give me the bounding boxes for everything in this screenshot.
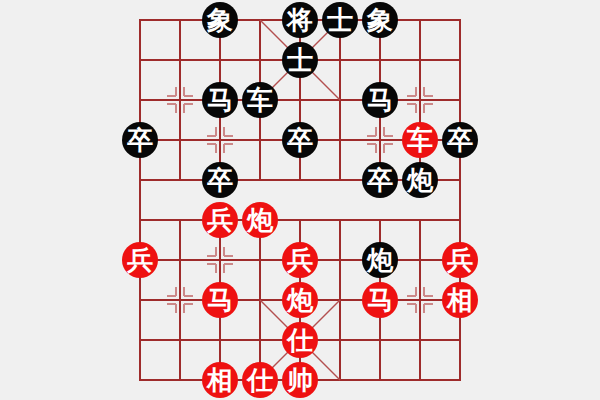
point-f4-r5[interactable] — [280, 200, 320, 240]
point-f1-r6[interactable] — [160, 240, 200, 280]
point-f4-r4[interactable] — [280, 160, 320, 200]
point-f6-r2[interactable]: 马 — [360, 80, 400, 120]
point-f6-r1[interactable] — [360, 40, 400, 80]
point-f7-r7[interactable] — [400, 280, 440, 320]
red-cannon[interactable]: 炮 — [282, 282, 318, 318]
red-horse[interactable]: 马 — [362, 282, 398, 318]
point-f1-r7[interactable] — [160, 280, 200, 320]
point-f7-r0[interactable] — [400, 0, 440, 40]
red-soldier[interactable]: 兵 — [202, 202, 238, 238]
point-f0-r7[interactable] — [120, 280, 160, 320]
point-f0-r0[interactable] — [120, 0, 160, 40]
point-f6-r9[interactable] — [360, 360, 400, 400]
black-cannon[interactable]: 炮 — [402, 162, 438, 198]
point-f5-r2[interactable] — [320, 80, 360, 120]
point-f7-r2[interactable] — [400, 80, 440, 120]
point-f5-r9[interactable] — [320, 360, 360, 400]
point-f8-r6[interactable]: 兵 — [440, 240, 480, 280]
point-f4-r8[interactable]: 仕 — [280, 320, 320, 360]
point-f8-r5[interactable] — [440, 200, 480, 240]
point-f1-r2[interactable] — [160, 80, 200, 120]
point-f8-r0[interactable] — [440, 0, 480, 40]
black-horse[interactable]: 马 — [202, 82, 238, 118]
red-soldier[interactable]: 兵 — [282, 242, 318, 278]
point-f7-r8[interactable] — [400, 320, 440, 360]
point-f6-r0[interactable]: 象 — [360, 0, 400, 40]
point-f2-r1[interactable] — [200, 40, 240, 80]
point-f7-r9[interactable] — [400, 360, 440, 400]
point-f4-r3[interactable]: 卒 — [280, 120, 320, 160]
point-f5-r0[interactable]: 士 — [320, 0, 360, 40]
black-cannon[interactable]: 炮 — [362, 242, 398, 278]
board: 象将士象士马车马卒卒车卒卒卒炮兵炮兵兵炮兵马炮马相仕相仕帅 — [120, 0, 480, 400]
point-f2-r9[interactable]: 相 — [200, 360, 240, 400]
black-elephant[interactable]: 象 — [202, 2, 238, 38]
point-f3-r1[interactable] — [240, 40, 280, 80]
point-f4-r1[interactable]: 士 — [280, 40, 320, 80]
red-elephant[interactable]: 相 — [442, 282, 478, 318]
point-f0-r1[interactable] — [120, 40, 160, 80]
point-f6-r5[interactable] — [360, 200, 400, 240]
point-f7-r3[interactable]: 车 — [400, 120, 440, 160]
black-chariot[interactable]: 车 — [242, 82, 278, 118]
point-f3-r6[interactable] — [240, 240, 280, 280]
red-general[interactable]: 帅 — [282, 362, 318, 398]
black-advisor[interactable]: 士 — [322, 2, 358, 38]
point-f4-r2[interactable] — [280, 80, 320, 120]
point-f3-r7[interactable] — [240, 280, 280, 320]
red-soldier[interactable]: 兵 — [122, 242, 158, 278]
point-f8-r1[interactable] — [440, 40, 480, 80]
black-general[interactable]: 将 — [282, 2, 318, 38]
red-chariot[interactable]: 车 — [402, 122, 438, 158]
xiangqi-diagram: 象将士象士马车马卒卒车卒卒卒炮兵炮兵兵炮兵马炮马相仕相仕帅 — [0, 0, 600, 400]
point-f1-r9[interactable] — [160, 360, 200, 400]
point-f6-r3[interactable] — [360, 120, 400, 160]
point-f2-r3[interactable] — [200, 120, 240, 160]
black-advisor[interactable]: 士 — [282, 42, 318, 78]
red-advisor[interactable]: 仕 — [242, 362, 278, 398]
point-f1-r0[interactable] — [160, 0, 200, 40]
point-f5-r8[interactable] — [320, 320, 360, 360]
point-f8-r3[interactable]: 卒 — [440, 120, 480, 160]
point-f2-r0[interactable]: 象 — [200, 0, 240, 40]
point-f3-r8[interactable] — [240, 320, 280, 360]
point-f2-r7[interactable]: 马 — [200, 280, 240, 320]
point-f3-r0[interactable] — [240, 0, 280, 40]
point-f5-r1[interactable] — [320, 40, 360, 80]
point-f6-r8[interactable] — [360, 320, 400, 360]
point-f0-r2[interactable] — [120, 80, 160, 120]
black-soldier[interactable]: 卒 — [442, 122, 478, 158]
point-f0-r6[interactable]: 兵 — [120, 240, 160, 280]
point-f7-r6[interactable] — [400, 240, 440, 280]
point-f5-r4[interactable] — [320, 160, 360, 200]
black-soldier[interactable]: 卒 — [362, 162, 398, 198]
point-f2-r2[interactable]: 马 — [200, 80, 240, 120]
point-f8-r4[interactable] — [440, 160, 480, 200]
point-f1-r1[interactable] — [160, 40, 200, 80]
point-f0-r8[interactable] — [120, 320, 160, 360]
black-horse[interactable]: 马 — [362, 82, 398, 118]
point-f4-r0[interactable]: 将 — [280, 0, 320, 40]
point-f2-r8[interactable] — [200, 320, 240, 360]
point-f8-r8[interactable] — [440, 320, 480, 360]
point-f2-r5[interactable]: 兵 — [200, 200, 240, 240]
black-soldier[interactable]: 卒 — [122, 122, 158, 158]
point-f6-r7[interactable]: 马 — [360, 280, 400, 320]
point-f2-r4[interactable]: 卒 — [200, 160, 240, 200]
point-f7-r4[interactable]: 炮 — [400, 160, 440, 200]
point-f5-r3[interactable] — [320, 120, 360, 160]
point-f1-r3[interactable] — [160, 120, 200, 160]
point-f8-r7[interactable]: 相 — [440, 280, 480, 320]
red-horse[interactable]: 马 — [202, 282, 238, 318]
point-f1-r8[interactable] — [160, 320, 200, 360]
black-soldier[interactable]: 卒 — [202, 162, 238, 198]
point-f1-r5[interactable] — [160, 200, 200, 240]
point-f8-r2[interactable] — [440, 80, 480, 120]
point-f3-r3[interactable] — [240, 120, 280, 160]
point-f0-r4[interactable] — [120, 160, 160, 200]
point-f7-r5[interactable] — [400, 200, 440, 240]
point-f5-r6[interactable] — [320, 240, 360, 280]
point-f7-r1[interactable] — [400, 40, 440, 80]
point-f3-r5[interactable]: 炮 — [240, 200, 280, 240]
point-f1-r4[interactable] — [160, 160, 200, 200]
point-f3-r2[interactable]: 车 — [240, 80, 280, 120]
red-cannon[interactable]: 炮 — [242, 202, 278, 238]
red-elephant[interactable]: 相 — [202, 362, 238, 398]
red-soldier[interactable]: 兵 — [442, 242, 478, 278]
point-f4-r7[interactable]: 炮 — [280, 280, 320, 320]
point-f0-r3[interactable]: 卒 — [120, 120, 160, 160]
point-f5-r7[interactable] — [320, 280, 360, 320]
point-f6-r6[interactable]: 炮 — [360, 240, 400, 280]
black-elephant[interactable]: 象 — [362, 2, 398, 38]
point-f3-r9[interactable]: 仕 — [240, 360, 280, 400]
red-advisor[interactable]: 仕 — [282, 322, 318, 358]
point-f5-r5[interactable] — [320, 200, 360, 240]
point-f2-r6[interactable] — [200, 240, 240, 280]
black-soldier[interactable]: 卒 — [282, 122, 318, 158]
point-f3-r4[interactable] — [240, 160, 280, 200]
point-f4-r6[interactable]: 兵 — [280, 240, 320, 280]
point-f8-r9[interactable] — [440, 360, 480, 400]
point-f0-r9[interactable] — [120, 360, 160, 400]
point-f6-r4[interactable]: 卒 — [360, 160, 400, 200]
point-f0-r5[interactable] — [120, 200, 160, 240]
point-f4-r9[interactable]: 帅 — [280, 360, 320, 400]
